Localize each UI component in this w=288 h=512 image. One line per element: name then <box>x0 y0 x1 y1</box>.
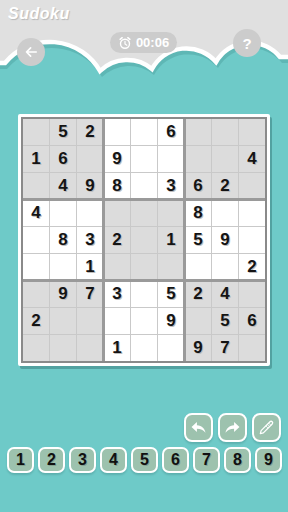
sudoku-cell-r3c1[interactable] <box>23 173 49 199</box>
sudoku-cell-r2c4[interactable]: 9 <box>104 146 130 172</box>
number-button-3[interactable]: 3 <box>69 447 96 473</box>
sudoku-cell-r3c6[interactable]: 3 <box>158 173 184 199</box>
sudoku-cell-r3c4[interactable]: 8 <box>104 173 130 199</box>
sudoku-cell-r2c7[interactable] <box>185 146 211 172</box>
help-label: ? <box>242 35 251 52</box>
sudoku-cell-r3c9[interactable] <box>239 173 265 199</box>
sudoku-cell-r6c3[interactable]: 1 <box>77 254 103 280</box>
sudoku-cell-r5c1[interactable] <box>23 227 49 253</box>
undo-arrow-icon <box>189 418 208 437</box>
number-pad: 123456789 <box>7 447 282 473</box>
sudoku-app: Sudoku 00:06 ? 5261694498362488321591297… <box>0 0 288 512</box>
sudoku-cell-r8c4[interactable] <box>104 308 130 334</box>
number-button-6[interactable]: 6 <box>162 447 189 473</box>
timer-badge: 00:06 <box>110 32 177 53</box>
sudoku-cell-r5c9[interactable] <box>239 227 265 253</box>
sudoku-cell-r4c9[interactable] <box>239 200 265 226</box>
sudoku-cell-r6c8[interactable] <box>212 254 238 280</box>
sudoku-cell-r1c6[interactable]: 6 <box>158 119 184 145</box>
sudoku-cell-r3c5[interactable] <box>131 173 157 199</box>
sudoku-cell-r5c7[interactable]: 5 <box>185 227 211 253</box>
sudoku-cell-r4c4[interactable] <box>104 200 130 226</box>
sudoku-cell-r1c4[interactable] <box>104 119 130 145</box>
sudoku-cell-r9c9[interactable] <box>239 335 265 361</box>
sudoku-cell-r7c4[interactable]: 3 <box>104 281 130 307</box>
sudoku-cell-r4c5[interactable] <box>131 200 157 226</box>
box-separator <box>23 198 265 201</box>
sudoku-cell-r6c6[interactable] <box>158 254 184 280</box>
sudoku-cell-r8c7[interactable] <box>185 308 211 334</box>
sudoku-cell-r2c1[interactable]: 1 <box>23 146 49 172</box>
sudoku-cell-r1c2[interactable]: 5 <box>50 119 76 145</box>
sudoku-cell-r9c5[interactable] <box>131 335 157 361</box>
sudoku-cell-r1c9[interactable] <box>239 119 265 145</box>
sudoku-cell-r8c6[interactable]: 9 <box>158 308 184 334</box>
undo-button[interactable] <box>184 413 213 442</box>
number-button-2[interactable]: 2 <box>38 447 65 473</box>
sudoku-cell-r6c4[interactable] <box>104 254 130 280</box>
timer-value: 00:06 <box>136 35 169 50</box>
sudoku-cell-r5c3[interactable]: 3 <box>77 227 103 253</box>
sudoku-cell-r7c9[interactable] <box>239 281 265 307</box>
sudoku-cell-r7c7[interactable]: 2 <box>185 281 211 307</box>
sudoku-cell-r5c5[interactable] <box>131 227 157 253</box>
pencil-icon <box>257 418 276 437</box>
sudoku-cell-r7c6[interactable]: 5 <box>158 281 184 307</box>
sudoku-cell-r5c4[interactable]: 2 <box>104 227 130 253</box>
number-button-9[interactable]: 9 <box>255 447 282 473</box>
sudoku-cell-r1c8[interactable] <box>212 119 238 145</box>
box-separator <box>102 119 105 361</box>
sudoku-cell-r2c5[interactable] <box>131 146 157 172</box>
sudoku-cell-r4c7[interactable]: 8 <box>185 200 211 226</box>
sudoku-cell-r3c8[interactable]: 2 <box>212 173 238 199</box>
number-button-5[interactable]: 5 <box>131 447 158 473</box>
sudoku-cell-r7c3[interactable]: 7 <box>77 281 103 307</box>
back-button[interactable] <box>17 38 45 66</box>
sudoku-cell-r3c7[interactable]: 6 <box>185 173 211 199</box>
sudoku-cell-r1c7[interactable] <box>185 119 211 145</box>
sudoku-cell-r9c1[interactable] <box>23 335 49 361</box>
sudoku-cell-r9c7[interactable]: 9 <box>185 335 211 361</box>
page-title: Sudoku <box>8 5 70 23</box>
sudoku-cell-r7c8[interactable]: 4 <box>212 281 238 307</box>
sudoku-cell-r4c1[interactable]: 4 <box>23 200 49 226</box>
sudoku-cell-r3c3[interactable]: 9 <box>77 173 103 199</box>
sudoku-cell-r9c4[interactable]: 1 <box>104 335 130 361</box>
sudoku-grid: 526169449836248832159129735242956197 <box>21 117 267 363</box>
sudoku-cell-r3c2[interactable]: 4 <box>50 173 76 199</box>
help-button[interactable]: ? <box>233 29 261 57</box>
sudoku-cell-r9c6[interactable] <box>158 335 184 361</box>
sudoku-cell-r8c9[interactable]: 6 <box>239 308 265 334</box>
sudoku-cell-r4c6[interactable] <box>158 200 184 226</box>
sudoku-cell-r5c8[interactable]: 9 <box>212 227 238 253</box>
number-button-7[interactable]: 7 <box>193 447 220 473</box>
tool-row <box>184 413 281 442</box>
sudoku-cell-r8c5[interactable] <box>131 308 157 334</box>
sudoku-cell-r4c2[interactable] <box>50 200 76 226</box>
sudoku-cell-r8c2[interactable] <box>50 308 76 334</box>
sudoku-cell-r1c5[interactable] <box>131 119 157 145</box>
sudoku-cell-r2c9[interactable]: 4 <box>239 146 265 172</box>
sudoku-cell-r2c2[interactable]: 6 <box>50 146 76 172</box>
pencil-button[interactable] <box>252 413 281 442</box>
redo-arrow-icon <box>223 418 242 437</box>
sudoku-cell-r4c3[interactable] <box>77 200 103 226</box>
number-button-4[interactable]: 4 <box>100 447 127 473</box>
sudoku-cell-r7c5[interactable] <box>131 281 157 307</box>
sudoku-cell-r5c2[interactable]: 8 <box>50 227 76 253</box>
sudoku-cell-r2c3[interactable] <box>77 146 103 172</box>
arrow-left-icon <box>22 43 40 61</box>
sudoku-cell-r6c5[interactable] <box>131 254 157 280</box>
alarm-clock-icon <box>118 36 132 50</box>
sudoku-cell-r6c2[interactable] <box>50 254 76 280</box>
sudoku-cell-r9c3[interactable] <box>77 335 103 361</box>
box-separator <box>183 119 186 361</box>
board-frame: 526169449836248832159129735242956197 <box>18 114 270 366</box>
sudoku-cell-r7c1[interactable] <box>23 281 49 307</box>
sudoku-cell-r5c6[interactable]: 1 <box>158 227 184 253</box>
sudoku-cell-r2c6[interactable] <box>158 146 184 172</box>
sudoku-cell-r7c2[interactable]: 9 <box>50 281 76 307</box>
sudoku-cell-r9c8[interactable]: 7 <box>212 335 238 361</box>
sudoku-cell-r1c1[interactable] <box>23 119 49 145</box>
sudoku-cell-r8c8[interactable]: 5 <box>212 308 238 334</box>
sudoku-cell-r6c9[interactable]: 2 <box>239 254 265 280</box>
sudoku-cell-r6c1[interactable] <box>23 254 49 280</box>
box-separator <box>23 279 265 282</box>
sudoku-cell-r2c8[interactable] <box>212 146 238 172</box>
sudoku-cell-r8c3[interactable] <box>77 308 103 334</box>
sudoku-cell-r9c2[interactable] <box>50 335 76 361</box>
sudoku-cell-r8c1[interactable]: 2 <box>23 308 49 334</box>
number-button-8[interactable]: 8 <box>224 447 251 473</box>
sudoku-cell-r1c3[interactable]: 2 <box>77 119 103 145</box>
number-button-1[interactable]: 1 <box>7 447 34 473</box>
sudoku-cell-r6c7[interactable] <box>185 254 211 280</box>
redo-button[interactable] <box>218 413 247 442</box>
sudoku-cell-r4c8[interactable] <box>212 200 238 226</box>
